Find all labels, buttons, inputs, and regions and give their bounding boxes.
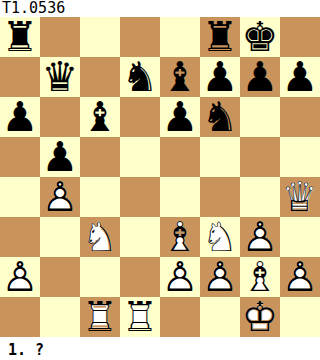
- square-d2[interactable]: [120, 257, 160, 297]
- black-knight-glyph: ♞: [120, 57, 160, 97]
- square-a6[interactable]: ♟: [0, 97, 40, 137]
- square-h8[interactable]: [280, 17, 320, 57]
- white-knight-outline: ♘: [200, 217, 240, 257]
- black-pawn-glyph: ♟: [160, 97, 200, 137]
- piece-white-knight: ♞♘: [80, 217, 120, 257]
- white-pawn-outline: ♙: [280, 257, 320, 297]
- piece-black-pawn: ♟: [200, 57, 240, 97]
- black-pawn-glyph: ♟: [40, 137, 80, 177]
- square-g3[interactable]: ♟♙: [240, 217, 280, 257]
- chess-board: ♜♜♚♛♞♝♟♟♟♟♝♟♞♟♟♙♛♕♞♘♝♗♞♘♟♙♟♙♟♙♟♙♝♗♟♙♜♖♜♖…: [0, 17, 320, 337]
- square-f2[interactable]: ♟♙: [200, 257, 240, 297]
- piece-black-knight: ♞: [200, 97, 240, 137]
- square-f8[interactable]: ♜: [200, 17, 240, 57]
- piece-white-pawn: ♟♙: [240, 217, 280, 257]
- square-a3[interactable]: [0, 217, 40, 257]
- white-queen-outline: ♕: [280, 177, 320, 217]
- piece-white-knight: ♞♘: [200, 217, 240, 257]
- piece-black-queen: ♛: [40, 57, 80, 97]
- piece-white-pawn: ♟♙: [160, 257, 200, 297]
- square-b5[interactable]: ♟: [40, 137, 80, 177]
- white-knight-fill: ♞: [80, 217, 120, 257]
- white-king-outline: ♔: [240, 297, 280, 337]
- square-c1[interactable]: ♜♖: [80, 297, 120, 337]
- square-h5[interactable]: [280, 137, 320, 177]
- piece-black-knight: ♞: [120, 57, 160, 97]
- square-e4[interactable]: [160, 177, 200, 217]
- square-f3[interactable]: ♞♘: [200, 217, 240, 257]
- square-b4[interactable]: ♟♙: [40, 177, 80, 217]
- square-d8[interactable]: [120, 17, 160, 57]
- piece-white-pawn: ♟♙: [280, 257, 320, 297]
- white-pawn-fill: ♟: [0, 257, 40, 297]
- piece-black-pawn: ♟: [0, 97, 40, 137]
- white-pawn-fill: ♟: [200, 257, 240, 297]
- square-e8[interactable]: [160, 17, 200, 57]
- white-pawn-fill: ♟: [40, 177, 80, 217]
- black-bishop-glyph: ♝: [80, 97, 120, 137]
- white-pawn-fill: ♟: [280, 257, 320, 297]
- square-f6[interactable]: ♞: [200, 97, 240, 137]
- square-h7[interactable]: ♟: [280, 57, 320, 97]
- square-c5[interactable]: [80, 137, 120, 177]
- white-bishop-fill: ♝: [240, 257, 280, 297]
- piece-black-rook: ♜: [0, 17, 40, 57]
- square-g4[interactable]: [240, 177, 280, 217]
- black-rook-glyph: ♜: [200, 17, 240, 57]
- square-h2[interactable]: ♟♙: [280, 257, 320, 297]
- white-rook-outline: ♖: [120, 297, 160, 337]
- square-e5[interactable]: [160, 137, 200, 177]
- white-bishop-fill: ♝: [160, 217, 200, 257]
- black-knight-glyph: ♞: [200, 97, 240, 137]
- square-e2[interactable]: ♟♙: [160, 257, 200, 297]
- square-a8[interactable]: ♜: [0, 17, 40, 57]
- white-rook-fill: ♜: [120, 297, 160, 337]
- piece-black-bishop: ♝: [160, 57, 200, 97]
- square-f5[interactable]: [200, 137, 240, 177]
- square-h1[interactable]: [280, 297, 320, 337]
- square-f4[interactable]: [200, 177, 240, 217]
- square-b3[interactable]: [40, 217, 80, 257]
- square-b7[interactable]: ♛: [40, 57, 80, 97]
- piece-black-pawn: ♟: [40, 137, 80, 177]
- white-king-fill: ♚: [240, 297, 280, 337]
- piece-black-pawn: ♟: [160, 97, 200, 137]
- piece-white-pawn: ♟♙: [0, 257, 40, 297]
- square-a2[interactable]: ♟♙: [0, 257, 40, 297]
- square-c2[interactable]: [80, 257, 120, 297]
- white-pawn-fill: ♟: [240, 217, 280, 257]
- square-f1[interactable]: [200, 297, 240, 337]
- square-h3[interactable]: [280, 217, 320, 257]
- square-c6[interactable]: ♝: [80, 97, 120, 137]
- move-prompt: 1. ?: [0, 337, 320, 360]
- square-g7[interactable]: ♟: [240, 57, 280, 97]
- black-rook-glyph: ♜: [0, 17, 40, 57]
- square-e1[interactable]: [160, 297, 200, 337]
- puzzle-id: T1.0536: [0, 0, 320, 17]
- square-b6[interactable]: [40, 97, 80, 137]
- piece-white-king: ♚♔: [240, 297, 280, 337]
- square-d5[interactable]: [120, 137, 160, 177]
- white-pawn-outline: ♙: [160, 257, 200, 297]
- piece-white-rook: ♜♖: [80, 297, 120, 337]
- square-a5[interactable]: [0, 137, 40, 177]
- square-b2[interactable]: [40, 257, 80, 297]
- square-d4[interactable]: [120, 177, 160, 217]
- white-knight-fill: ♞: [200, 217, 240, 257]
- white-knight-outline: ♘: [80, 217, 120, 257]
- square-g2[interactable]: ♝♗: [240, 257, 280, 297]
- square-g1[interactable]: ♚♔: [240, 297, 280, 337]
- piece-black-rook: ♜: [200, 17, 240, 57]
- black-pawn-glyph: ♟: [240, 57, 280, 97]
- piece-white-queen: ♛♕: [280, 177, 320, 217]
- white-bishop-outline: ♗: [240, 257, 280, 297]
- square-c3[interactable]: ♞♘: [80, 217, 120, 257]
- black-pawn-glyph: ♟: [200, 57, 240, 97]
- square-e3[interactable]: ♝♗: [160, 217, 200, 257]
- square-c8[interactable]: [80, 17, 120, 57]
- white-rook-fill: ♜: [80, 297, 120, 337]
- square-a7[interactable]: [0, 57, 40, 97]
- white-pawn-outline: ♙: [200, 257, 240, 297]
- square-a4[interactable]: [0, 177, 40, 217]
- white-pawn-outline: ♙: [40, 177, 80, 217]
- square-b1[interactable]: [40, 297, 80, 337]
- piece-black-pawn: ♟: [240, 57, 280, 97]
- square-d1[interactable]: ♜♖: [120, 297, 160, 337]
- square-b8[interactable]: [40, 17, 80, 57]
- black-king-glyph: ♚: [240, 17, 280, 57]
- square-d6[interactable]: [120, 97, 160, 137]
- piece-black-king: ♚: [240, 17, 280, 57]
- square-f7[interactable]: ♟: [200, 57, 240, 97]
- square-c7[interactable]: [80, 57, 120, 97]
- square-a1[interactable]: [0, 297, 40, 337]
- white-queen-fill: ♛: [280, 177, 320, 217]
- white-pawn-outline: ♙: [240, 217, 280, 257]
- black-queen-glyph: ♛: [40, 57, 80, 97]
- black-pawn-glyph: ♟: [280, 57, 320, 97]
- white-bishop-outline: ♗: [160, 217, 200, 257]
- square-c4[interactable]: [80, 177, 120, 217]
- piece-black-pawn: ♟: [280, 57, 320, 97]
- white-pawn-outline: ♙: [0, 257, 40, 297]
- white-rook-outline: ♖: [80, 297, 120, 337]
- piece-white-pawn: ♟♙: [200, 257, 240, 297]
- piece-white-pawn: ♟♙: [40, 177, 80, 217]
- square-d3[interactable]: [120, 217, 160, 257]
- black-pawn-glyph: ♟: [0, 97, 40, 137]
- piece-black-bishop: ♝: [80, 97, 120, 137]
- square-e6[interactable]: ♟: [160, 97, 200, 137]
- square-g8[interactable]: ♚: [240, 17, 280, 57]
- square-e7[interactable]: ♝: [160, 57, 200, 97]
- piece-white-rook: ♜♖: [120, 297, 160, 337]
- white-pawn-fill: ♟: [160, 257, 200, 297]
- square-g5[interactable]: [240, 137, 280, 177]
- black-bishop-glyph: ♝: [160, 57, 200, 97]
- square-d7[interactable]: ♞: [120, 57, 160, 97]
- square-g6[interactable]: [240, 97, 280, 137]
- piece-white-bishop: ♝♗: [240, 257, 280, 297]
- piece-white-bishop: ♝♗: [160, 217, 200, 257]
- square-h6[interactable]: [280, 97, 320, 137]
- square-h4[interactable]: ♛♕: [280, 177, 320, 217]
